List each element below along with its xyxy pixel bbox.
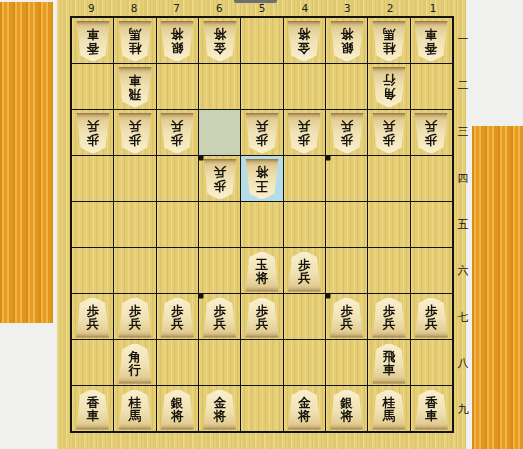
piece-kanji: 桂馬 bbox=[372, 28, 406, 55]
square-2-2[interactable]: 角行 bbox=[368, 64, 409, 109]
piece-kanji: 歩兵 bbox=[287, 258, 321, 285]
square-5-4[interactable]: 王将 bbox=[241, 156, 282, 201]
square-8-6[interactable] bbox=[114, 248, 155, 293]
square-4-2[interactable] bbox=[284, 64, 325, 109]
piece-kanji: 歩兵 bbox=[118, 120, 152, 147]
piece-white-pawn[interactable]: 歩兵 bbox=[245, 113, 279, 154]
square-4-5[interactable] bbox=[284, 202, 325, 247]
square-5-6[interactable]: 玉将 bbox=[241, 248, 282, 293]
piece-white-pawn[interactable]: 歩兵 bbox=[330, 113, 364, 154]
square-9-3[interactable]: 歩兵 bbox=[72, 110, 113, 155]
piece-kanji: 歩兵 bbox=[330, 120, 364, 147]
piece-kanji: 玉将 bbox=[245, 258, 279, 285]
piece-black-pawn[interactable]: 歩兵 bbox=[245, 297, 279, 338]
square-4-4[interactable] bbox=[284, 156, 325, 201]
square-6-9[interactable]: 金将 bbox=[199, 386, 240, 431]
rank-label-1: 一 bbox=[455, 16, 471, 62]
piece-kanji: 角行 bbox=[118, 350, 152, 377]
square-1-9[interactable]: 香車 bbox=[411, 386, 452, 431]
star-point bbox=[199, 294, 204, 299]
piece-white-pawn[interactable]: 歩兵 bbox=[118, 113, 152, 154]
piece-black-lance[interactable]: 香車 bbox=[76, 389, 110, 430]
piece-kanji: 銀将 bbox=[160, 28, 194, 55]
square-7-7[interactable]: 歩兵 bbox=[157, 294, 198, 339]
square-2-1[interactable]: 桂馬 bbox=[368, 18, 409, 63]
square-9-5[interactable] bbox=[72, 202, 113, 247]
piece-kanji: 歩兵 bbox=[245, 120, 279, 147]
square-6-6[interactable] bbox=[199, 248, 240, 293]
piece-kanji: 飛車 bbox=[372, 350, 406, 377]
square-2-4[interactable] bbox=[368, 156, 409, 201]
piece-kanji: 銀将 bbox=[330, 396, 364, 423]
piece-kanji: 歩兵 bbox=[414, 120, 448, 147]
piece-kanji: 香車 bbox=[414, 28, 448, 55]
piece-white-pawn[interactable]: 歩兵 bbox=[287, 113, 321, 154]
piece-white-knight[interactable]: 桂馬 bbox=[118, 21, 152, 62]
square-4-8[interactable] bbox=[284, 340, 325, 385]
square-1-8[interactable] bbox=[411, 340, 452, 385]
piece-kanji: 歩兵 bbox=[203, 166, 237, 193]
square-3-4[interactable] bbox=[326, 156, 367, 201]
piece-kanji: 歩兵 bbox=[160, 304, 194, 331]
square-1-2[interactable] bbox=[411, 64, 452, 109]
square-1-1[interactable]: 香車 bbox=[411, 18, 452, 63]
piece-white-rook[interactable]: 飛車 bbox=[118, 67, 152, 108]
piece-kanji: 角行 bbox=[372, 74, 406, 101]
piece-kanji: 歩兵 bbox=[372, 304, 406, 331]
square-3-1[interactable]: 銀将 bbox=[326, 18, 367, 63]
square-1-4[interactable] bbox=[411, 156, 452, 201]
square-3-6[interactable] bbox=[326, 248, 367, 293]
piece-black-gold[interactable]: 金将 bbox=[203, 389, 237, 430]
square-5-5[interactable] bbox=[241, 202, 282, 247]
piece-kanji: 歩兵 bbox=[203, 304, 237, 331]
rank-label-5: 五 bbox=[455, 201, 471, 247]
square-5-2[interactable] bbox=[241, 64, 282, 109]
square-6-3[interactable] bbox=[199, 110, 240, 155]
piece-white-pawn[interactable]: 歩兵 bbox=[372, 113, 406, 154]
piece-kanji: 歩兵 bbox=[372, 120, 406, 147]
piece-black-pawn[interactable]: 歩兵 bbox=[76, 297, 110, 338]
square-5-3[interactable]: 歩兵 bbox=[241, 110, 282, 155]
square-2-5[interactable] bbox=[368, 202, 409, 247]
piece-kanji: 銀将 bbox=[330, 28, 364, 55]
file-label-1: 1 bbox=[411, 2, 454, 15]
square-8-4[interactable] bbox=[114, 156, 155, 201]
file-labels: 987654321 bbox=[70, 2, 454, 15]
piece-black-king[interactable]: 玉将 bbox=[245, 251, 279, 292]
square-5-7[interactable]: 歩兵 bbox=[241, 294, 282, 339]
piece-kanji: 桂馬 bbox=[372, 396, 406, 423]
square-1-3[interactable]: 歩兵 bbox=[411, 110, 452, 155]
square-3-2[interactable] bbox=[326, 64, 367, 109]
piece-white-silver[interactable]: 銀将 bbox=[330, 21, 364, 62]
file-label-6: 6 bbox=[198, 2, 241, 15]
star-point bbox=[199, 156, 204, 161]
piece-white-pawn[interactable]: 歩兵 bbox=[160, 113, 194, 154]
square-4-6[interactable]: 歩兵 bbox=[284, 248, 325, 293]
square-8-8[interactable]: 角行 bbox=[114, 340, 155, 385]
square-8-2[interactable]: 飛車 bbox=[114, 64, 155, 109]
rank-label-2: 二 bbox=[455, 62, 471, 108]
square-8-3[interactable]: 歩兵 bbox=[114, 110, 155, 155]
square-6-7[interactable]: 歩兵 bbox=[199, 294, 240, 339]
piece-white-lance[interactable]: 香車 bbox=[76, 21, 110, 62]
piece-kanji: 歩兵 bbox=[76, 304, 110, 331]
square-2-8[interactable]: 飛車 bbox=[368, 340, 409, 385]
square-3-3[interactable]: 歩兵 bbox=[326, 110, 367, 155]
square-9-1[interactable]: 香車 bbox=[72, 18, 113, 63]
piece-kanji: 歩兵 bbox=[330, 304, 364, 331]
square-6-1[interactable]: 金将 bbox=[199, 18, 240, 63]
square-7-2[interactable] bbox=[157, 64, 198, 109]
square-6-4[interactable]: 歩兵 bbox=[199, 156, 240, 201]
piece-white-silver[interactable]: 銀将 bbox=[160, 21, 194, 62]
piece-white-pawn[interactable]: 歩兵 bbox=[76, 113, 110, 154]
piece-kanji: 歩兵 bbox=[76, 120, 110, 147]
square-7-3[interactable]: 歩兵 bbox=[157, 110, 198, 155]
file-label-4: 4 bbox=[283, 2, 326, 15]
square-3-9[interactable]: 銀将 bbox=[326, 386, 367, 431]
piece-kanji: 歩兵 bbox=[287, 120, 321, 147]
piece-white-king[interactable]: 王将 bbox=[245, 159, 279, 200]
piece-black-pawn[interactable]: 歩兵 bbox=[330, 297, 364, 338]
rank-label-6: 六 bbox=[455, 248, 471, 294]
square-6-8[interactable] bbox=[199, 340, 240, 385]
piece-kanji: 歩兵 bbox=[118, 304, 152, 331]
square-1-7[interactable]: 歩兵 bbox=[411, 294, 452, 339]
piece-black-pawn[interactable]: 歩兵 bbox=[118, 297, 152, 338]
piece-kanji: 香車 bbox=[414, 396, 448, 423]
piece-kanji: 歩兵 bbox=[160, 120, 194, 147]
square-5-1[interactable] bbox=[241, 18, 282, 63]
star-point bbox=[326, 294, 331, 299]
square-3-5[interactable] bbox=[326, 202, 367, 247]
piece-kanji: 歩兵 bbox=[414, 304, 448, 331]
piece-white-bishop[interactable]: 角行 bbox=[372, 67, 406, 108]
rank-label-9: 九 bbox=[455, 387, 471, 433]
square-2-9[interactable]: 桂馬 bbox=[368, 386, 409, 431]
square-9-8[interactable] bbox=[72, 340, 113, 385]
piece-white-gold[interactable]: 金将 bbox=[287, 21, 321, 62]
piece-black-gold[interactable]: 金将 bbox=[287, 389, 321, 430]
square-7-5[interactable] bbox=[157, 202, 198, 247]
square-8-5[interactable] bbox=[114, 202, 155, 247]
piece-black-rook[interactable]: 飛車 bbox=[372, 343, 406, 384]
rank-labels: 一二三四五六七八九 bbox=[455, 16, 471, 433]
piece-kanji: 金将 bbox=[287, 396, 321, 423]
square-3-8[interactable] bbox=[326, 340, 367, 385]
file-label-7: 7 bbox=[155, 2, 198, 15]
piece-black-pawn[interactable]: 歩兵 bbox=[414, 297, 448, 338]
shogi-app: 987654321 一二三四五六七八九 香車桂馬銀将金将金将銀将桂馬香車飛車角行… bbox=[0, 0, 523, 449]
piece-kanji: 歩兵 bbox=[245, 304, 279, 331]
piece-black-lance[interactable]: 香車 bbox=[414, 389, 448, 430]
square-5-8[interactable] bbox=[241, 340, 282, 385]
piece-kanji: 香車 bbox=[76, 28, 110, 55]
square-4-3[interactable]: 歩兵 bbox=[284, 110, 325, 155]
square-4-7[interactable] bbox=[284, 294, 325, 339]
square-8-1[interactable]: 桂馬 bbox=[114, 18, 155, 63]
rank-label-8: 八 bbox=[455, 340, 471, 386]
square-3-7[interactable]: 歩兵 bbox=[326, 294, 367, 339]
square-6-5[interactable] bbox=[199, 202, 240, 247]
square-2-6[interactable] bbox=[368, 248, 409, 293]
square-9-2[interactable] bbox=[72, 64, 113, 109]
rank-label-7: 七 bbox=[455, 294, 471, 340]
piece-kanji: 銀将 bbox=[160, 396, 194, 423]
rank-label-4: 四 bbox=[455, 155, 471, 201]
right-wood-strip bbox=[472, 126, 523, 449]
piece-black-knight[interactable]: 桂馬 bbox=[118, 389, 152, 430]
piece-black-knight[interactable]: 桂馬 bbox=[372, 389, 406, 430]
piece-kanji: 金将 bbox=[203, 28, 237, 55]
piece-kanji: 王将 bbox=[245, 166, 279, 193]
piece-black-silver[interactable]: 銀将 bbox=[160, 389, 194, 430]
piece-black-pawn[interactable]: 歩兵 bbox=[372, 297, 406, 338]
file-label-5: 5 bbox=[241, 2, 284, 15]
square-7-6[interactable] bbox=[157, 248, 198, 293]
piece-white-pawn[interactable]: 歩兵 bbox=[414, 113, 448, 154]
square-7-8[interactable] bbox=[157, 340, 198, 385]
star-point bbox=[326, 156, 331, 161]
square-1-5[interactable] bbox=[411, 202, 452, 247]
square-4-9[interactable]: 金将 bbox=[284, 386, 325, 431]
piece-kanji: 金将 bbox=[287, 28, 321, 55]
piece-black-pawn[interactable]: 歩兵 bbox=[203, 297, 237, 338]
piece-kanji: 飛車 bbox=[118, 74, 152, 101]
left-wood-strip bbox=[0, 2, 53, 323]
piece-black-pawn[interactable]: 歩兵 bbox=[160, 297, 194, 338]
piece-kanji: 香車 bbox=[76, 396, 110, 423]
window-tab-fragment bbox=[234, 0, 277, 3]
square-7-4[interactable] bbox=[157, 156, 198, 201]
board-panel: 987654321 一二三四五六七八九 香車桂馬銀将金将金将銀将桂馬香車飛車角行… bbox=[57, 0, 466, 449]
piece-black-silver[interactable]: 銀将 bbox=[330, 389, 364, 430]
square-2-3[interactable]: 歩兵 bbox=[368, 110, 409, 155]
square-9-7[interactable]: 歩兵 bbox=[72, 294, 113, 339]
file-label-2: 2 bbox=[369, 2, 412, 15]
square-2-7[interactable]: 歩兵 bbox=[368, 294, 409, 339]
piece-white-gold[interactable]: 金将 bbox=[203, 21, 237, 62]
file-label-3: 3 bbox=[326, 2, 369, 15]
square-5-9[interactable] bbox=[241, 386, 282, 431]
piece-black-pawn[interactable]: 歩兵 bbox=[287, 251, 321, 292]
rank-label-3: 三 bbox=[455, 109, 471, 155]
piece-kanji: 桂馬 bbox=[118, 396, 152, 423]
square-9-9[interactable]: 香車 bbox=[72, 386, 113, 431]
piece-white-lance[interactable]: 香車 bbox=[414, 21, 448, 62]
board-grid: 香車桂馬銀将金将金将銀将桂馬香車飛車角行歩兵歩兵歩兵歩兵歩兵歩兵歩兵歩兵歩兵王将… bbox=[70, 16, 454, 433]
piece-white-knight[interactable]: 桂馬 bbox=[372, 21, 406, 62]
piece-white-pawn[interactable]: 歩兵 bbox=[203, 159, 237, 200]
square-4-1[interactable]: 金将 bbox=[284, 18, 325, 63]
piece-kanji: 桂馬 bbox=[118, 28, 152, 55]
square-7-9[interactable]: 銀将 bbox=[157, 386, 198, 431]
piece-black-bishop[interactable]: 角行 bbox=[118, 343, 152, 384]
square-1-6[interactable] bbox=[411, 248, 452, 293]
square-7-1[interactable]: 銀将 bbox=[157, 18, 198, 63]
square-9-4[interactable] bbox=[72, 156, 113, 201]
piece-kanji: 金将 bbox=[203, 396, 237, 423]
file-label-8: 8 bbox=[113, 2, 156, 15]
square-9-6[interactable] bbox=[72, 248, 113, 293]
square-8-9[interactable]: 桂馬 bbox=[114, 386, 155, 431]
file-label-9: 9 bbox=[70, 2, 113, 15]
square-8-7[interactable]: 歩兵 bbox=[114, 294, 155, 339]
square-6-2[interactable] bbox=[199, 64, 240, 109]
